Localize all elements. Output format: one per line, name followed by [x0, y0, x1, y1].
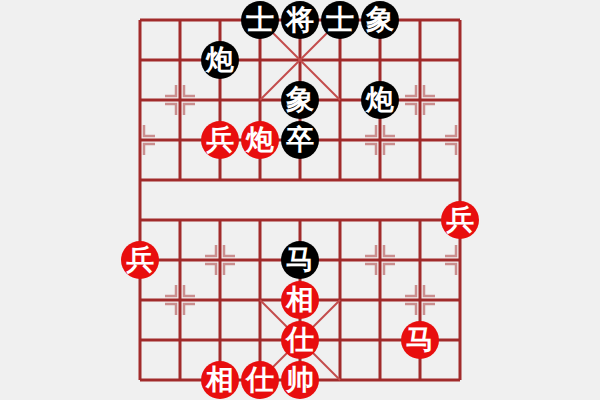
piece-red-advisor[interactable]: 仕	[241, 361, 279, 399]
xiangqi-diagram: 士将士象炮象炮兵炮卒兵兵马相仕马相仕帅	[0, 0, 600, 400]
piece-red-soldier[interactable]: 兵	[441, 201, 479, 239]
piece-black-soldier[interactable]: 卒	[281, 121, 319, 159]
piece-black-cannon[interactable]: 炮	[201, 41, 239, 79]
piece-red-advisor[interactable]: 仕	[281, 321, 319, 359]
xiangqi-board: 士将士象炮象炮兵炮卒兵兵马相仕马相仕帅	[120, 0, 480, 400]
piece-black-elephant[interactable]: 象	[361, 1, 399, 39]
piece-black-cannon[interactable]: 炮	[361, 81, 399, 119]
piece-black-advisor[interactable]: 士	[321, 1, 359, 39]
piece-black-horse[interactable]: 马	[281, 241, 319, 279]
piece-red-soldier[interactable]: 兵	[201, 121, 239, 159]
piece-red-elephant[interactable]: 相	[281, 281, 319, 319]
piece-red-soldier[interactable]: 兵	[121, 241, 159, 279]
piece-red-general[interactable]: 帅	[281, 361, 319, 399]
piece-red-horse[interactable]: 马	[401, 321, 439, 359]
piece-black-general[interactable]: 将	[281, 1, 319, 39]
piece-red-cannon[interactable]: 炮	[241, 121, 279, 159]
piece-black-elephant[interactable]: 象	[281, 81, 319, 119]
piece-red-elephant[interactable]: 相	[201, 361, 239, 399]
piece-black-advisor[interactable]: 士	[241, 1, 279, 39]
